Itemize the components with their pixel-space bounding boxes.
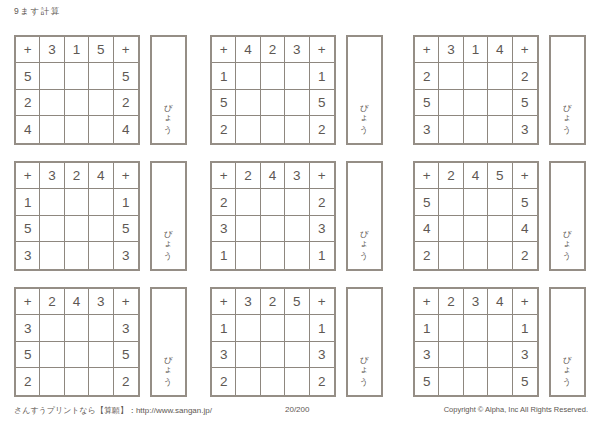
addend-cell: 5 xyxy=(285,289,309,315)
operator-cell: + xyxy=(310,163,334,189)
answer-cell[interactable] xyxy=(285,189,309,215)
answer-cell[interactable] xyxy=(65,116,89,142)
answer-cell[interactable] xyxy=(65,63,89,89)
addend-cell: 4 xyxy=(114,116,138,142)
puzzle-group-5: +243+223311 びょう xyxy=(210,161,383,271)
addend-cell: 2 xyxy=(212,116,236,142)
answer-cell[interactable] xyxy=(89,315,113,341)
addend-cell: 4 xyxy=(16,116,40,142)
addend-cell: 2 xyxy=(261,37,285,63)
addend-cell: 5 xyxy=(89,37,113,63)
operator-cell: + xyxy=(16,163,40,189)
operator-cell: + xyxy=(212,37,236,63)
seconds-label: びょう xyxy=(164,224,173,256)
addend-cell: 1 xyxy=(464,37,488,63)
answer-cell[interactable] xyxy=(488,116,512,142)
addend-cell: 3 xyxy=(212,342,236,368)
operator-cell: + xyxy=(513,289,537,315)
addend-cell: 2 xyxy=(513,63,537,89)
addend-cell: 5 xyxy=(114,63,138,89)
addend-cell: 2 xyxy=(40,289,64,315)
addend-cell: 3 xyxy=(40,163,64,189)
answer-cell[interactable] xyxy=(89,242,113,268)
seconds-box: びょう xyxy=(150,287,187,397)
addend-cell: 4 xyxy=(464,163,488,189)
addend-cell: 3 xyxy=(114,242,138,268)
answer-cell[interactable] xyxy=(261,315,285,341)
puzzle-grid-7: +243+335522 xyxy=(14,287,140,397)
answer-cell[interactable] xyxy=(261,63,285,89)
answer-cell[interactable] xyxy=(488,216,512,242)
seconds-label: びょう xyxy=(563,224,572,256)
addend-cell: 3 xyxy=(464,289,488,315)
answer-cell[interactable] xyxy=(439,242,463,268)
addend-cell: 2 xyxy=(513,242,537,268)
answer-cell[interactable] xyxy=(261,342,285,368)
answer-cell[interactable] xyxy=(261,368,285,394)
addend-cell: 2 xyxy=(236,163,260,189)
addend-cell: 3 xyxy=(114,315,138,341)
addend-cell: 2 xyxy=(310,189,334,215)
puzzle-group-2: +423+115522 びょう xyxy=(210,35,383,145)
seconds-box: びょう xyxy=(346,287,383,397)
operator-cell: + xyxy=(513,37,537,63)
puzzle-grid-9: +234+113355 xyxy=(413,287,539,397)
addend-cell: 2 xyxy=(16,90,40,116)
answer-cell[interactable] xyxy=(65,216,89,242)
answer-cell[interactable] xyxy=(439,116,463,142)
addend-cell: 1 xyxy=(114,189,138,215)
operator-cell: + xyxy=(310,289,334,315)
answer-cell[interactable] xyxy=(488,90,512,116)
answer-cell[interactable] xyxy=(488,342,512,368)
answer-cell[interactable] xyxy=(464,342,488,368)
addend-cell: 2 xyxy=(261,289,285,315)
puzzle-group-1: +315+552244 びょう xyxy=(14,35,187,145)
addend-cell: 4 xyxy=(89,163,113,189)
answer-cell[interactable] xyxy=(464,63,488,89)
addend-cell: 5 xyxy=(415,90,439,116)
puzzle-grid-8: +325+113322 xyxy=(210,287,336,397)
answer-cell[interactable] xyxy=(236,315,260,341)
puzzle-group-8: +325+113322 びょう xyxy=(210,287,383,397)
seconds-label: びょう xyxy=(164,98,173,130)
puzzle-grid-3: +314+225533 xyxy=(413,35,539,145)
addend-cell: 2 xyxy=(114,90,138,116)
seconds-box: びょう xyxy=(150,35,187,145)
operator-cell: + xyxy=(415,163,439,189)
operator-cell: + xyxy=(415,37,439,63)
operator-cell: + xyxy=(415,289,439,315)
addend-cell: 5 xyxy=(513,368,537,394)
addend-cell: 2 xyxy=(212,189,236,215)
operator-cell: + xyxy=(114,37,138,63)
seconds-label: びょう xyxy=(563,350,572,382)
addend-cell: 2 xyxy=(114,368,138,394)
addend-cell: 2 xyxy=(415,63,439,89)
addend-cell: 3 xyxy=(40,37,64,63)
answer-cell[interactable] xyxy=(285,342,309,368)
answer-cell[interactable] xyxy=(439,342,463,368)
answer-cell[interactable] xyxy=(488,368,512,394)
addend-cell: 5 xyxy=(16,63,40,89)
addend-cell: 3 xyxy=(310,216,334,242)
answer-cell[interactable] xyxy=(488,189,512,215)
worksheet-page: 9ます計算 +315+552244 びょう +423+115522 びょう +3… xyxy=(0,0,600,422)
footer-copyright: Copyright © Alpha, Inc All Rights Reserv… xyxy=(444,405,588,414)
seconds-box: びょう xyxy=(346,161,383,271)
addend-cell: 1 xyxy=(65,37,89,63)
puzzle-grid-6: +245+554422 xyxy=(413,161,539,271)
addend-cell: 4 xyxy=(513,216,537,242)
seconds-box: びょう xyxy=(150,161,187,271)
seconds-label: びょう xyxy=(164,350,173,382)
answer-cell[interactable] xyxy=(488,63,512,89)
addend-cell: 3 xyxy=(310,342,334,368)
addend-cell: 2 xyxy=(310,368,334,394)
addend-cell: 2 xyxy=(65,163,89,189)
operator-cell: + xyxy=(16,37,40,63)
addend-cell: 3 xyxy=(89,289,113,315)
answer-cell[interactable] xyxy=(65,90,89,116)
answer-cell[interactable] xyxy=(65,315,89,341)
answer-cell[interactable] xyxy=(439,63,463,89)
addend-cell: 3 xyxy=(513,342,537,368)
addend-cell: 3 xyxy=(285,163,309,189)
addend-cell: 1 xyxy=(415,315,439,341)
addend-cell: 2 xyxy=(16,368,40,394)
answer-cell[interactable] xyxy=(89,116,113,142)
addend-cell: 1 xyxy=(310,242,334,268)
answer-cell[interactable] xyxy=(464,368,488,394)
addend-cell: 1 xyxy=(16,189,40,215)
operator-cell: + xyxy=(212,289,236,315)
answer-cell[interactable] xyxy=(261,90,285,116)
footer-source-text: さんすうプリントなら【算願】：http://www.sangan.jp/ xyxy=(14,405,212,416)
page-footer: さんすうプリントなら【算願】：http://www.sangan.jp/ 20/… xyxy=(0,403,600,417)
addend-cell: 1 xyxy=(212,315,236,341)
addend-cell: 1 xyxy=(513,315,537,341)
answer-cell[interactable] xyxy=(285,216,309,242)
answer-cell[interactable] xyxy=(464,242,488,268)
answer-cell[interactable] xyxy=(236,216,260,242)
answer-cell[interactable] xyxy=(236,368,260,394)
answer-cell[interactable] xyxy=(285,116,309,142)
answer-cell[interactable] xyxy=(261,189,285,215)
answer-cell[interactable] xyxy=(261,216,285,242)
addend-cell: 1 xyxy=(212,63,236,89)
answer-cell[interactable] xyxy=(236,90,260,116)
addend-cell: 2 xyxy=(212,368,236,394)
answer-cell[interactable] xyxy=(261,116,285,142)
answer-cell[interactable] xyxy=(89,368,113,394)
answer-cell[interactable] xyxy=(65,368,89,394)
operator-cell: + xyxy=(114,163,138,189)
answer-cell[interactable] xyxy=(40,189,64,215)
addend-cell: 4 xyxy=(488,289,512,315)
answer-cell[interactable] xyxy=(40,116,64,142)
seconds-label: びょう xyxy=(360,224,369,256)
addend-cell: 5 xyxy=(114,342,138,368)
seconds-box: びょう xyxy=(549,287,586,397)
answer-cell[interactable] xyxy=(488,242,512,268)
answer-cell[interactable] xyxy=(40,242,64,268)
answer-cell[interactable] xyxy=(439,189,463,215)
operator-cell: + xyxy=(310,37,334,63)
answer-cell[interactable] xyxy=(40,342,64,368)
seconds-label: びょう xyxy=(360,98,369,130)
puzzle-grid-1: +315+552244 xyxy=(14,35,140,145)
puzzle-grid-4: +324+115533 xyxy=(14,161,140,271)
addend-cell: 1 xyxy=(310,63,334,89)
seconds-label: びょう xyxy=(563,98,572,130)
seconds-box: びょう xyxy=(346,35,383,145)
answer-cell[interactable] xyxy=(285,368,309,394)
footer-page-number: 20/200 xyxy=(285,405,309,414)
addend-cell: 3 xyxy=(439,37,463,63)
addend-cell: 2 xyxy=(439,289,463,315)
addend-cell: 5 xyxy=(513,189,537,215)
addend-cell: 3 xyxy=(513,116,537,142)
puzzle-grid-2: +423+115522 xyxy=(210,35,336,145)
puzzle-group-6: +245+554422 びょう xyxy=(413,161,586,271)
addend-cell: 3 xyxy=(16,315,40,341)
puzzle-group-3: +314+225533 びょう xyxy=(413,35,586,145)
answer-cell[interactable] xyxy=(40,368,64,394)
addend-cell: 4 xyxy=(236,37,260,63)
addend-cell: 5 xyxy=(16,342,40,368)
addend-cell: 1 xyxy=(212,242,236,268)
answer-cell[interactable] xyxy=(89,342,113,368)
answer-cell[interactable] xyxy=(285,242,309,268)
addend-cell: 2 xyxy=(439,163,463,189)
answer-cell[interactable] xyxy=(464,315,488,341)
puzzle-group-7: +243+335522 びょう xyxy=(14,287,187,397)
addend-cell: 2 xyxy=(310,116,334,142)
seconds-box: びょう xyxy=(549,161,586,271)
puzzle-group-4: +324+115533 びょう xyxy=(14,161,187,271)
addend-cell: 5 xyxy=(513,90,537,116)
addend-cell: 3 xyxy=(212,216,236,242)
puzzle-group-9: +234+113355 びょう xyxy=(413,287,586,397)
answer-cell[interactable] xyxy=(439,368,463,394)
answer-cell[interactable] xyxy=(65,189,89,215)
answer-cell[interactable] xyxy=(89,90,113,116)
answer-cell[interactable] xyxy=(89,63,113,89)
answer-cell[interactable] xyxy=(439,90,463,116)
puzzle-grid-5: +243+223311 xyxy=(210,161,336,271)
operator-cell: + xyxy=(212,163,236,189)
answer-cell[interactable] xyxy=(285,90,309,116)
seconds-box: びょう xyxy=(549,35,586,145)
addend-cell: 1 xyxy=(310,315,334,341)
operator-cell: + xyxy=(16,289,40,315)
addend-cell: 5 xyxy=(415,189,439,215)
answer-cell[interactable] xyxy=(261,242,285,268)
answer-cell[interactable] xyxy=(65,242,89,268)
page-title: 9ます計算 xyxy=(14,6,61,18)
answer-cell[interactable] xyxy=(40,315,64,341)
answer-cell[interactable] xyxy=(464,216,488,242)
addend-cell: 3 xyxy=(415,116,439,142)
answer-cell[interactable] xyxy=(89,189,113,215)
answer-cell[interactable] xyxy=(464,90,488,116)
answer-cell[interactable] xyxy=(464,116,488,142)
answer-cell[interactable] xyxy=(285,315,309,341)
answer-cell[interactable] xyxy=(40,90,64,116)
addend-cell: 4 xyxy=(65,289,89,315)
seconds-label: びょう xyxy=(360,350,369,382)
answer-cell[interactable] xyxy=(236,63,260,89)
operator-cell: + xyxy=(114,289,138,315)
addend-cell: 5 xyxy=(16,216,40,242)
answer-cell[interactable] xyxy=(285,63,309,89)
answer-cell[interactable] xyxy=(236,342,260,368)
answer-cell[interactable] xyxy=(439,216,463,242)
addend-cell: 5 xyxy=(310,90,334,116)
answer-cell[interactable] xyxy=(488,315,512,341)
answer-cell[interactable] xyxy=(464,189,488,215)
addend-cell: 4 xyxy=(261,163,285,189)
addend-cell: 5 xyxy=(114,216,138,242)
answer-cell[interactable] xyxy=(89,216,113,242)
addend-cell: 3 xyxy=(236,289,260,315)
answer-cell[interactable] xyxy=(65,342,89,368)
addend-cell: 5 xyxy=(212,90,236,116)
addend-cell: 2 xyxy=(415,242,439,268)
answer-cell[interactable] xyxy=(40,63,64,89)
addend-cell: 5 xyxy=(415,368,439,394)
addend-cell: 3 xyxy=(285,37,309,63)
addend-cell: 4 xyxy=(415,216,439,242)
addend-cell: 4 xyxy=(488,37,512,63)
answer-cell[interactable] xyxy=(439,315,463,341)
addend-cell: 3 xyxy=(16,242,40,268)
addend-cell: 5 xyxy=(488,163,512,189)
addend-cell: 3 xyxy=(415,342,439,368)
answer-cell[interactable] xyxy=(40,216,64,242)
answer-cell[interactable] xyxy=(236,116,260,142)
answer-cell[interactable] xyxy=(236,189,260,215)
answer-cell[interactable] xyxy=(236,242,260,268)
operator-cell: + xyxy=(513,163,537,189)
